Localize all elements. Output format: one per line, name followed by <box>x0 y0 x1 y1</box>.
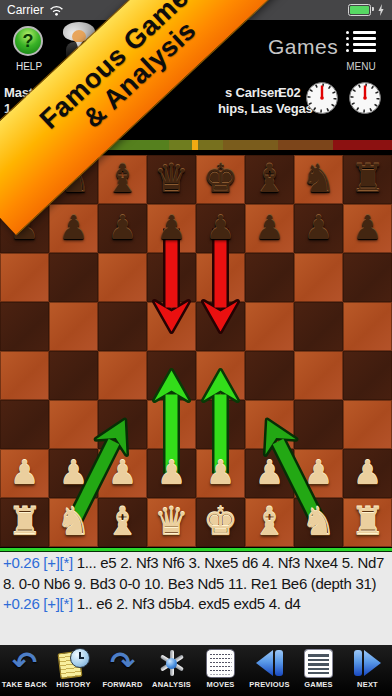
square-f3[interactable] <box>245 400 294 449</box>
white-clock-icon <box>305 81 339 115</box>
square-h3[interactable] <box>343 400 392 449</box>
help-label: HELP <box>4 61 54 72</box>
square-g3[interactable] <box>294 400 343 449</box>
square-e4[interactable] <box>196 351 245 400</box>
next-button[interactable]: NEXT <box>343 645 392 696</box>
undo-icon: ↶ <box>12 648 37 678</box>
analysis-panel: +0.26 [+][*] 1... e5 2. Nf3 Nf6 3. Nxe5 … <box>0 552 392 645</box>
black-pawn: ♟ <box>294 204 343 252</box>
square-c5[interactable] <box>98 302 147 351</box>
black-pawn: ♟ <box>49 204 98 252</box>
square-c8[interactable]: ♝ <box>98 155 147 204</box>
square-a1[interactable]: ♜ <box>0 498 49 547</box>
square-d5[interactable] <box>147 302 196 351</box>
square-h4[interactable] <box>343 351 392 400</box>
square-g5[interactable] <box>294 302 343 351</box>
wifi-icon <box>49 5 64 16</box>
square-a3[interactable] <box>0 400 49 449</box>
redo-icon: ↷ <box>110 648 135 678</box>
eval-score-1: +0.26 [+][*] <box>3 554 73 571</box>
page-title: Games <box>268 35 338 59</box>
square-a6[interactable] <box>0 253 49 302</box>
square-c1[interactable]: ♝ <box>98 498 147 547</box>
white-king: ♚ <box>196 498 245 546</box>
analysis-line-1[interactable]: +0.26 [+][*] 1... e5 2. Nf3 Nf6 3. Nxe5 … <box>3 553 389 594</box>
white-rook: ♜ <box>0 498 49 546</box>
square-h6[interactable] <box>343 253 392 302</box>
square-g8[interactable]: ♞ <box>294 155 343 204</box>
square-e8[interactable]: ♚ <box>196 155 245 204</box>
take-back-button[interactable]: ↶ TAKE BACK <box>0 645 49 696</box>
chess-board: ♜♞♝♛♚♝♞♜♟♟♟♟♟♟♟♟♟♟♟♟♟♟♟♟♜♞♝♛♚♝♞♜ <box>0 155 392 547</box>
eval-zone-light-green <box>169 140 193 150</box>
moves-button[interactable]: MOVES <box>196 645 245 696</box>
square-f1[interactable]: ♝ <box>245 498 294 547</box>
event-text-right: hips, Las Vegas <box>218 101 313 116</box>
square-c2[interactable]: ♟ <box>98 449 147 498</box>
square-g2[interactable]: ♟ <box>294 449 343 498</box>
white-pawn: ♟ <box>294 449 343 497</box>
help-button[interactable]: ? <box>13 26 43 56</box>
square-a4[interactable] <box>0 351 49 400</box>
square-e7[interactable]: ♟ <box>196 204 245 253</box>
square-b2[interactable]: ♟ <box>49 449 98 498</box>
white-pawn: ♟ <box>49 449 98 497</box>
square-e3[interactable] <box>196 400 245 449</box>
square-a5[interactable] <box>0 302 49 351</box>
battery-icon <box>348 4 371 16</box>
square-c3[interactable] <box>98 400 147 449</box>
square-c7[interactable]: ♟ <box>98 204 147 253</box>
black-pawn: ♟ <box>343 204 392 252</box>
square-h1[interactable]: ♜ <box>343 498 392 547</box>
black-pawn: ♟ <box>147 204 196 252</box>
square-e2[interactable]: ♟ <box>196 449 245 498</box>
black-king: ♚ <box>196 155 245 203</box>
black-bishop: ♝ <box>245 155 294 203</box>
history-button[interactable]: HISTORY <box>49 645 98 696</box>
square-f2[interactable]: ♟ <box>245 449 294 498</box>
app-window: Carrier ? HELP GRAND MASTER Games MENU M… <box>0 0 392 696</box>
square-d7[interactable]: ♟ <box>147 204 196 253</box>
square-h5[interactable] <box>343 302 392 351</box>
square-b4[interactable] <box>49 351 98 400</box>
white-pawn: ♟ <box>343 449 392 497</box>
square-d6[interactable] <box>147 253 196 302</box>
bottom-toolbar: ↶ TAKE BACK HISTORY ↷ FORWARD ANALYSIS M… <box>0 645 392 696</box>
square-c6[interactable] <box>98 253 147 302</box>
analysis-line-2[interactable]: +0.26 [+][*] 1.. e6 2. Nf3 d5b4. exd5 ex… <box>3 594 389 615</box>
black-clock-icon <box>348 81 382 115</box>
analysis-jack-icon <box>156 648 188 678</box>
square-h8[interactable]: ♜ <box>343 155 392 204</box>
white-queen: ♛ <box>147 498 196 546</box>
square-e5[interactable] <box>196 302 245 351</box>
analysis-moves-2: 1.. e6 2. Nf3 d5b4. exd5 exd5 4. d4 <box>77 595 301 612</box>
square-b5[interactable] <box>49 302 98 351</box>
charging-bolt-icon <box>377 4 385 16</box>
games-list-icon <box>305 650 332 677</box>
square-d8[interactable]: ♛ <box>147 155 196 204</box>
square-f8[interactable]: ♝ <box>245 155 294 204</box>
move-list-icon <box>207 650 234 677</box>
square-a2[interactable]: ♟ <box>0 449 49 498</box>
black-bishop: ♝ <box>98 155 147 203</box>
previous-icon <box>256 650 283 676</box>
eco-code: E02 <box>278 85 301 100</box>
white-bishop: ♝ <box>98 498 147 546</box>
white-pawn: ♟ <box>245 449 294 497</box>
eval-zone-brown <box>278 140 333 150</box>
square-f7[interactable]: ♟ <box>245 204 294 253</box>
players-text-right: s Carlsen <box>225 85 282 100</box>
white-rook: ♜ <box>343 498 392 546</box>
square-f5[interactable] <box>245 302 294 351</box>
white-knight: ♞ <box>294 498 343 546</box>
square-g7[interactable]: ♟ <box>294 204 343 253</box>
square-b3[interactable] <box>49 400 98 449</box>
eval-zone-red <box>333 140 392 150</box>
forward-button[interactable]: ↷ FORWARD <box>98 645 147 696</box>
previous-button[interactable]: PREVIOUS <box>245 645 294 696</box>
history-icon <box>58 648 90 678</box>
square-f6[interactable] <box>245 253 294 302</box>
square-f4[interactable] <box>245 351 294 400</box>
white-pawn: ♟ <box>147 449 196 497</box>
next-icon <box>354 650 381 676</box>
square-d3[interactable] <box>147 400 196 449</box>
square-b1[interactable]: ♞ <box>49 498 98 547</box>
black-pawn: ♟ <box>98 204 147 252</box>
menu-button[interactable] <box>346 29 376 53</box>
black-queen: ♛ <box>147 155 196 203</box>
square-d4[interactable] <box>147 351 196 400</box>
black-knight: ♞ <box>294 155 343 203</box>
square-e1[interactable]: ♚ <box>196 498 245 547</box>
menu-label: MENU <box>336 61 386 72</box>
square-g4[interactable] <box>294 351 343 400</box>
square-g6[interactable] <box>294 253 343 302</box>
white-knight: ♞ <box>49 498 98 546</box>
square-d2[interactable]: ♟ <box>147 449 196 498</box>
square-h7[interactable]: ♟ <box>343 204 392 253</box>
analysis-button[interactable]: ANALYSIS <box>147 645 196 696</box>
black-pawn: ♟ <box>196 204 245 252</box>
white-pawn: ♟ <box>98 449 147 497</box>
square-d1[interactable]: ♛ <box>147 498 196 547</box>
white-pawn: ♟ <box>0 449 49 497</box>
square-b7[interactable]: ♟ <box>49 204 98 253</box>
games-button[interactable]: GAMES <box>294 645 343 696</box>
white-pawn: ♟ <box>196 449 245 497</box>
black-pawn: ♟ <box>245 204 294 252</box>
eval-score-2: +0.26 [+][*] <box>3 595 73 612</box>
square-h2[interactable]: ♟ <box>343 449 392 498</box>
square-c4[interactable] <box>98 351 147 400</box>
eval-zone-olive-brown <box>223 140 278 150</box>
square-g1[interactable]: ♞ <box>294 498 343 547</box>
square-b6[interactable] <box>49 253 98 302</box>
black-rook: ♜ <box>343 155 392 203</box>
white-bishop: ♝ <box>245 498 294 546</box>
eval-zone-olive <box>198 140 223 150</box>
carrier-label: Carrier <box>7 3 44 17</box>
square-e6[interactable] <box>196 253 245 302</box>
